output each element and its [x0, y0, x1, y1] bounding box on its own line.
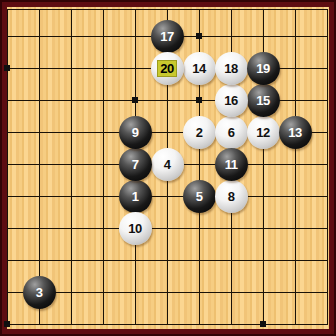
stone-white-4: 4 [151, 148, 184, 181]
board-cell [263, 292, 295, 324]
board-cell [231, 292, 263, 324]
board-cell [263, 164, 295, 196]
move-number: 8 [228, 189, 235, 204]
move-number: 14 [192, 61, 205, 76]
move-number: 11 [225, 157, 238, 172]
board-cell [167, 260, 199, 292]
board-cell [231, 260, 263, 292]
board-cell [39, 36, 71, 68]
move-number: 20 [158, 61, 175, 76]
board-cell [71, 164, 103, 196]
stone-white-8: 8 [215, 180, 248, 213]
board-cell [263, 260, 295, 292]
stone-white-6: 6 [215, 116, 248, 149]
stone-black-1: 1 [119, 180, 152, 213]
go-board: 1234567891011121314151617181920 [7, 7, 329, 329]
point-marker-dot [196, 97, 202, 103]
stone-white-12: 12 [247, 116, 280, 149]
stone-black-19: 19 [247, 52, 280, 85]
board-plane: 1234567891011121314151617181920 [7, 9, 328, 325]
stone-black-9: 9 [119, 116, 152, 149]
move-number: 12 [256, 125, 269, 140]
move-number: 10 [128, 221, 141, 236]
stone-white-14: 14 [183, 52, 216, 85]
board-cell [7, 36, 39, 68]
board-cell [135, 292, 167, 324]
stone-black-5: 5 [183, 180, 216, 213]
board-cell [295, 164, 327, 196]
stone-black-17: 17 [151, 20, 184, 53]
board-cell [103, 36, 135, 68]
board-cell [71, 100, 103, 132]
move-number: 19 [256, 61, 269, 76]
board-cell [39, 164, 71, 196]
board-cell [295, 9, 327, 36]
board-cell [199, 292, 231, 324]
stone-black-13: 13 [279, 116, 312, 149]
board-cell [71, 132, 103, 164]
board-cell [167, 228, 199, 260]
point-marker-dot [260, 321, 266, 327]
move-number: 6 [228, 125, 235, 140]
point-marker-dot [132, 97, 138, 103]
board-cell [7, 132, 39, 164]
board-cell [231, 228, 263, 260]
board-cell [71, 292, 103, 324]
move-number: 3 [36, 285, 43, 300]
board-cell [39, 228, 71, 260]
stone-black-15: 15 [247, 84, 280, 117]
move-number: 17 [160, 29, 173, 44]
move-number: 13 [288, 125, 301, 140]
board-cell [199, 9, 231, 36]
board-cell [71, 228, 103, 260]
board-cell [295, 292, 327, 324]
move-number: 9 [132, 125, 139, 140]
board-cell [103, 68, 135, 100]
board-cell [39, 68, 71, 100]
move-number: 5 [196, 189, 203, 204]
board-cell [295, 228, 327, 260]
go-kifu-diagram: 1234567891011121314151617181920 [0, 0, 336, 336]
board-cell [7, 228, 39, 260]
board-cell [71, 9, 103, 36]
stone-white-2: 2 [183, 116, 216, 149]
board-cell [263, 196, 295, 228]
move-number: 2 [196, 125, 203, 140]
stone-white-20: 20 [151, 52, 184, 85]
board-cell [39, 100, 71, 132]
stone-black-3: 3 [23, 276, 56, 309]
board-cell [135, 260, 167, 292]
move-number: 18 [224, 61, 237, 76]
board-cell [103, 9, 135, 36]
move-number: 4 [164, 157, 171, 172]
board-cell [7, 196, 39, 228]
board-cell [39, 9, 71, 36]
point-marker-dot [4, 321, 10, 327]
move-number: 7 [132, 157, 139, 172]
board-cell [103, 260, 135, 292]
stone-black-11: 11 [215, 148, 248, 181]
board-cell [7, 68, 39, 100]
move-number: 16 [224, 93, 237, 108]
board-cell [7, 164, 39, 196]
board-cell [295, 196, 327, 228]
board-cell [39, 132, 71, 164]
board-cell [231, 9, 263, 36]
point-marker-dot [4, 65, 10, 71]
move-number: 1 [132, 189, 139, 204]
board-cell [263, 9, 295, 36]
board-cell [295, 36, 327, 68]
stone-black-7: 7 [119, 148, 152, 181]
board-cell [71, 260, 103, 292]
board-cell [71, 196, 103, 228]
board-cell [263, 228, 295, 260]
board-cell [71, 68, 103, 100]
stone-white-18: 18 [215, 52, 248, 85]
board-cell [295, 260, 327, 292]
board-cell [103, 292, 135, 324]
board-cell [167, 292, 199, 324]
stone-white-10: 10 [119, 212, 152, 245]
board-cell [295, 68, 327, 100]
board-cell [39, 196, 71, 228]
board-cell [7, 9, 39, 36]
stone-white-16: 16 [215, 84, 248, 117]
board-cell [199, 260, 231, 292]
point-marker-dot [196, 33, 202, 39]
move-number: 15 [256, 93, 269, 108]
board-cell [7, 100, 39, 132]
board-cell [71, 36, 103, 68]
board-cell [199, 228, 231, 260]
